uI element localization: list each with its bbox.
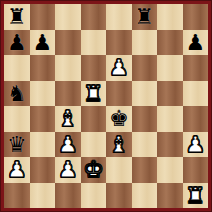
square-e5[interactable] — [106, 81, 132, 107]
square-d5[interactable]: ♜ — [81, 81, 107, 107]
square-g6[interactable] — [157, 55, 183, 81]
square-g1[interactable] — [157, 183, 183, 209]
square-b1[interactable] — [30, 183, 56, 209]
piece-white-rook-d5: ♜ — [83, 81, 103, 106]
square-c6[interactable] — [55, 55, 81, 81]
square-e8[interactable] — [106, 4, 132, 30]
piece-black-queen-a3: ♛ — [7, 132, 27, 157]
piece-white-pawn-c3: ♟ — [58, 132, 78, 157]
square-f7[interactable] — [132, 30, 158, 56]
square-c1[interactable] — [55, 183, 81, 209]
square-c4[interactable]: ♝ — [55, 106, 81, 132]
square-c2[interactable]: ♟ — [55, 157, 81, 183]
square-a8[interactable]: ♜ — [4, 4, 30, 30]
piece-white-pawn-a2: ♟ — [7, 157, 27, 182]
square-g4[interactable] — [157, 106, 183, 132]
square-d6[interactable] — [81, 55, 107, 81]
square-d8[interactable] — [81, 4, 107, 30]
square-h8[interactable] — [183, 4, 209, 30]
square-f4[interactable] — [132, 106, 158, 132]
square-e4[interactable]: ♚ — [106, 106, 132, 132]
square-b8[interactable] — [30, 4, 56, 30]
chess-board: ♜♜♟♟♟♟♞♜♝♚♛♟♝♟♟♟♚♜ — [4, 4, 208, 208]
square-g3[interactable] — [157, 132, 183, 158]
square-a4[interactable] — [4, 106, 30, 132]
square-h5[interactable] — [183, 81, 209, 107]
piece-white-pawn-c2: ♟ — [58, 157, 78, 182]
square-d1[interactable] — [81, 183, 107, 209]
piece-white-pawn-h3: ♟ — [185, 132, 205, 157]
piece-white-rook-h1: ♜ — [185, 183, 205, 208]
square-c8[interactable] — [55, 4, 81, 30]
square-g5[interactable] — [157, 81, 183, 107]
square-h6[interactable] — [183, 55, 209, 81]
piece-black-pawn-h7: ♟ — [185, 30, 205, 55]
square-b7[interactable]: ♟ — [30, 30, 56, 56]
square-g7[interactable] — [157, 30, 183, 56]
square-a7[interactable]: ♟ — [4, 30, 30, 56]
square-a3[interactable]: ♛ — [4, 132, 30, 158]
piece-black-king-e4: ♚ — [109, 106, 129, 131]
square-d4[interactable] — [81, 106, 107, 132]
square-b4[interactable] — [30, 106, 56, 132]
square-d7[interactable] — [81, 30, 107, 56]
piece-black-pawn-b7: ♟ — [32, 30, 52, 55]
square-a5[interactable]: ♞ — [4, 81, 30, 107]
square-h3[interactable]: ♟ — [183, 132, 209, 158]
square-f3[interactable] — [132, 132, 158, 158]
square-e3[interactable]: ♝ — [106, 132, 132, 158]
square-e6[interactable]: ♟ — [106, 55, 132, 81]
square-b5[interactable] — [30, 81, 56, 107]
square-b3[interactable] — [30, 132, 56, 158]
square-e7[interactable] — [106, 30, 132, 56]
square-a6[interactable] — [4, 55, 30, 81]
square-f1[interactable] — [132, 183, 158, 209]
square-f5[interactable] — [132, 81, 158, 107]
square-c7[interactable] — [55, 30, 81, 56]
piece-white-king-d2: ♚ — [83, 157, 103, 182]
square-g2[interactable] — [157, 157, 183, 183]
square-d2[interactable]: ♚ — [81, 157, 107, 183]
piece-white-pawn-e6: ♟ — [109, 55, 129, 80]
piece-black-pawn-a7: ♟ — [7, 30, 27, 55]
square-g8[interactable] — [157, 4, 183, 30]
square-h1[interactable]: ♜ — [183, 183, 209, 209]
square-b2[interactable] — [30, 157, 56, 183]
piece-white-bishop-c4: ♝ — [58, 106, 78, 131]
square-f8[interactable]: ♜ — [132, 4, 158, 30]
piece-black-rook-f8: ♜ — [134, 4, 154, 29]
chess-board-frame: ♜♜♟♟♟♟♞♜♝♚♛♟♝♟♟♟♚♜ — [0, 0, 212, 212]
square-c3[interactable]: ♟ — [55, 132, 81, 158]
square-d3[interactable] — [81, 132, 107, 158]
piece-white-bishop-e3: ♝ — [109, 132, 129, 157]
square-e1[interactable] — [106, 183, 132, 209]
square-f2[interactable] — [132, 157, 158, 183]
square-h7[interactable]: ♟ — [183, 30, 209, 56]
square-e2[interactable] — [106, 157, 132, 183]
square-a1[interactable] — [4, 183, 30, 209]
square-f6[interactable] — [132, 55, 158, 81]
square-h4[interactable] — [183, 106, 209, 132]
square-c5[interactable] — [55, 81, 81, 107]
square-b6[interactable] — [30, 55, 56, 81]
piece-black-rook-a8: ♜ — [7, 4, 27, 29]
piece-black-knight-a5: ♞ — [7, 81, 27, 106]
square-h2[interactable] — [183, 157, 209, 183]
square-a2[interactable]: ♟ — [4, 157, 30, 183]
